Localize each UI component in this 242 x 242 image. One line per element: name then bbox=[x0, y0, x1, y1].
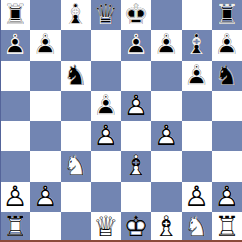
square-g1[interactable]: ♞♘ bbox=[182, 212, 212, 242]
piece-black-queen[interactable]: ♛♕ bbox=[91, 0, 121, 30]
square-f4[interactable]: ♟♙ bbox=[151, 121, 181, 151]
piece-white-pawn[interactable]: ♟♙ bbox=[91, 121, 121, 151]
piece-white-king[interactable]: ♚♔ bbox=[121, 212, 151, 242]
square-b2[interactable]: ♟♙ bbox=[30, 182, 60, 212]
square-d1[interactable]: ♛♕ bbox=[91, 212, 121, 242]
square-e4[interactable] bbox=[121, 121, 151, 151]
square-e6[interactable] bbox=[121, 61, 151, 91]
square-h8[interactable]: ♜♖ bbox=[212, 0, 242, 30]
piece-white-bishop[interactable]: ♝♗ bbox=[151, 212, 181, 242]
square-a6[interactable] bbox=[0, 61, 30, 91]
black-king-outline-icon: ♔ bbox=[121, 0, 151, 30]
square-a7[interactable]: ♟♙ bbox=[0, 30, 30, 60]
square-h6[interactable]: ♞♘ bbox=[212, 61, 242, 91]
square-e5[interactable]: ♟♙ bbox=[121, 91, 151, 121]
square-b5[interactable] bbox=[30, 91, 60, 121]
piece-white-pawn[interactable]: ♟♙ bbox=[121, 91, 151, 121]
white-pawn-outline-icon: ♙ bbox=[151, 121, 181, 151]
piece-white-knight[interactable]: ♞♘ bbox=[61, 151, 91, 181]
square-a8[interactable]: ♜♖ bbox=[0, 0, 30, 30]
square-f8[interactable] bbox=[151, 0, 181, 30]
piece-black-pawn[interactable]: ♟♙ bbox=[30, 30, 60, 60]
white-rook-outline-icon: ♖ bbox=[0, 212, 30, 242]
black-pawn-outline-icon: ♙ bbox=[121, 30, 151, 60]
piece-white-pawn[interactable]: ♟♙ bbox=[0, 182, 30, 212]
black-rook-outline-icon: ♖ bbox=[212, 0, 242, 30]
square-g2[interactable]: ♟♙ bbox=[182, 182, 212, 212]
piece-black-rook[interactable]: ♜♖ bbox=[212, 0, 242, 30]
piece-white-rook[interactable]: ♜♖ bbox=[212, 212, 242, 242]
square-e1[interactable]: ♚♔ bbox=[121, 212, 151, 242]
piece-black-pawn[interactable]: ♟♙ bbox=[121, 30, 151, 60]
square-d4[interactable]: ♟♙ bbox=[91, 121, 121, 151]
black-pawn-outline-icon: ♙ bbox=[182, 61, 212, 91]
square-a3[interactable] bbox=[0, 151, 30, 181]
piece-black-pawn[interactable]: ♟♙ bbox=[182, 61, 212, 91]
black-pawn-outline-icon: ♙ bbox=[91, 91, 121, 121]
white-pawn-outline-icon: ♙ bbox=[30, 182, 60, 212]
square-b1[interactable] bbox=[30, 212, 60, 242]
square-d8[interactable]: ♛♕ bbox=[91, 0, 121, 30]
white-bishop-outline-icon: ♗ bbox=[151, 212, 181, 242]
piece-black-knight[interactable]: ♞♘ bbox=[212, 61, 242, 91]
piece-white-knight[interactable]: ♞♘ bbox=[182, 212, 212, 242]
square-c1[interactable] bbox=[61, 212, 91, 242]
piece-black-pawn[interactable]: ♟♙ bbox=[212, 30, 242, 60]
square-b6[interactable] bbox=[30, 61, 60, 91]
piece-black-king[interactable]: ♚♔ bbox=[121, 0, 151, 30]
square-g7[interactable]: ♝♗ bbox=[182, 30, 212, 60]
piece-black-pawn[interactable]: ♟♙ bbox=[151, 30, 181, 60]
piece-black-pawn[interactable]: ♟♙ bbox=[91, 91, 121, 121]
square-d3[interactable] bbox=[91, 151, 121, 181]
square-d5[interactable]: ♟♙ bbox=[91, 91, 121, 121]
piece-white-pawn[interactable]: ♟♙ bbox=[151, 121, 181, 151]
square-f2[interactable] bbox=[151, 182, 181, 212]
black-pawn-outline-icon: ♙ bbox=[151, 30, 181, 60]
white-knight-outline-icon: ♘ bbox=[61, 151, 91, 181]
square-g5[interactable] bbox=[182, 91, 212, 121]
square-e7[interactable]: ♟♙ bbox=[121, 30, 151, 60]
black-bishop-outline-icon: ♗ bbox=[61, 0, 91, 30]
piece-white-bishop[interactable]: ♝♗ bbox=[121, 151, 151, 181]
black-queen-outline-icon: ♕ bbox=[91, 0, 121, 30]
square-g4[interactable] bbox=[182, 121, 212, 151]
square-a1[interactable]: ♜♖ bbox=[0, 212, 30, 242]
white-pawn-outline-icon: ♙ bbox=[91, 121, 121, 151]
black-pawn-outline-icon: ♙ bbox=[0, 30, 30, 60]
board-left-edge bbox=[0, 0, 1, 242]
white-rook-outline-icon: ♖ bbox=[212, 212, 242, 242]
piece-white-pawn[interactable]: ♟♙ bbox=[182, 182, 212, 212]
black-pawn-outline-icon: ♙ bbox=[212, 30, 242, 60]
square-d2[interactable] bbox=[91, 182, 121, 212]
square-g3[interactable] bbox=[182, 151, 212, 181]
white-pawn-outline-icon: ♙ bbox=[0, 182, 30, 212]
square-d7[interactable] bbox=[91, 30, 121, 60]
square-f1[interactable]: ♝♗ bbox=[151, 212, 181, 242]
piece-black-pawn[interactable]: ♟♙ bbox=[0, 30, 30, 60]
chess-board: ♜♖♝♗♛♕♚♔♜♖♟♙♟♙♟♙♟♙♝♗♟♙♞♘♟♙♞♘♟♙♟♙♟♙♟♙♞♘♝♗… bbox=[0, 0, 242, 242]
square-b3[interactable] bbox=[30, 151, 60, 181]
square-h5[interactable] bbox=[212, 91, 242, 121]
square-f6[interactable] bbox=[151, 61, 181, 91]
black-bishop-outline-icon: ♗ bbox=[182, 30, 212, 60]
white-queen-outline-icon: ♕ bbox=[91, 212, 121, 242]
square-h1[interactable]: ♜♖ bbox=[212, 212, 242, 242]
piece-black-rook[interactable]: ♜♖ bbox=[0, 0, 30, 30]
black-knight-outline-icon: ♘ bbox=[212, 61, 242, 91]
square-d6[interactable] bbox=[91, 61, 121, 91]
black-pawn-outline-icon: ♙ bbox=[30, 30, 60, 60]
square-g6[interactable]: ♟♙ bbox=[182, 61, 212, 91]
square-h3[interactable] bbox=[212, 151, 242, 181]
square-e3[interactable]: ♝♗ bbox=[121, 151, 151, 181]
black-knight-outline-icon: ♘ bbox=[61, 61, 91, 91]
square-g8[interactable] bbox=[182, 0, 212, 30]
chess-board-window: ♜♖♝♗♛♕♚♔♜♖♟♙♟♙♟♙♟♙♝♗♟♙♞♘♟♙♞♘♟♙♟♙♟♙♟♙♞♘♝♗… bbox=[0, 0, 242, 242]
white-pawn-outline-icon: ♙ bbox=[182, 182, 212, 212]
square-f5[interactable] bbox=[151, 91, 181, 121]
piece-white-queen[interactable]: ♛♕ bbox=[91, 212, 121, 242]
square-a5[interactable] bbox=[0, 91, 30, 121]
square-h7[interactable]: ♟♙ bbox=[212, 30, 242, 60]
white-king-outline-icon: ♔ bbox=[121, 212, 151, 242]
square-e8[interactable]: ♚♔ bbox=[121, 0, 151, 30]
black-rook-outline-icon: ♖ bbox=[0, 0, 30, 30]
piece-black-bishop[interactable]: ♝♗ bbox=[182, 30, 212, 60]
piece-white-pawn[interactable]: ♟♙ bbox=[30, 182, 60, 212]
square-c8[interactable]: ♝♗ bbox=[61, 0, 91, 30]
piece-black-bishop[interactable]: ♝♗ bbox=[61, 0, 91, 30]
square-c5[interactable] bbox=[61, 91, 91, 121]
square-b7[interactable]: ♟♙ bbox=[30, 30, 60, 60]
square-c6[interactable]: ♞♘ bbox=[61, 61, 91, 91]
square-c7[interactable] bbox=[61, 30, 91, 60]
square-c3[interactable]: ♞♘ bbox=[61, 151, 91, 181]
square-e2[interactable] bbox=[121, 182, 151, 212]
square-h2[interactable]: ♟♙ bbox=[212, 182, 242, 212]
square-h4[interactable] bbox=[212, 121, 242, 151]
square-f7[interactable]: ♟♙ bbox=[151, 30, 181, 60]
square-c2[interactable] bbox=[61, 182, 91, 212]
square-a4[interactable] bbox=[0, 121, 30, 151]
white-bishop-outline-icon: ♗ bbox=[121, 151, 151, 181]
square-f3[interactable] bbox=[151, 151, 181, 181]
white-pawn-outline-icon: ♙ bbox=[121, 91, 151, 121]
piece-black-knight[interactable]: ♞♘ bbox=[61, 61, 91, 91]
square-a2[interactable]: ♟♙ bbox=[0, 182, 30, 212]
square-c4[interactable] bbox=[61, 121, 91, 151]
white-knight-outline-icon: ♘ bbox=[182, 212, 212, 242]
square-b8[interactable] bbox=[30, 0, 60, 30]
white-pawn-outline-icon: ♙ bbox=[212, 182, 242, 212]
piece-white-pawn[interactable]: ♟♙ bbox=[212, 182, 242, 212]
piece-white-rook[interactable]: ♜♖ bbox=[0, 212, 30, 242]
square-b4[interactable] bbox=[30, 121, 60, 151]
